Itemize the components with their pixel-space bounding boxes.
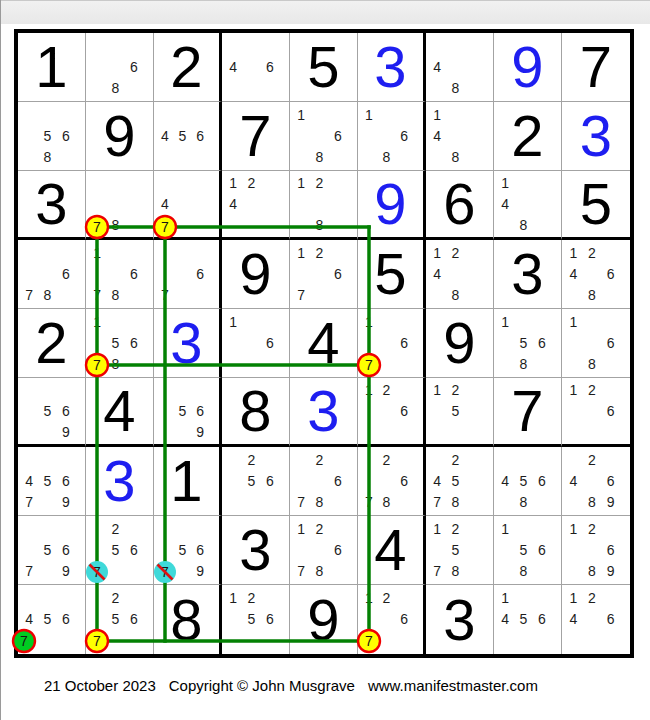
candidate-grid: 148 (496, 173, 551, 235)
candidate-4 (292, 263, 310, 284)
candidate-grid: 256 (88, 518, 143, 582)
candidate-3 (329, 242, 347, 263)
cell-r7c5: 2678 (290, 447, 358, 516)
candidate-3 (57, 380, 75, 401)
candidate-8: 8 (446, 492, 464, 513)
candidate-grid: 456 (156, 104, 209, 168)
cell-r6c6: 126 (358, 378, 426, 447)
candidate-3 (533, 518, 551, 539)
candidate-5: 5 (38, 125, 56, 146)
candidate-8: 8 (106, 78, 124, 99)
candidate-5: 5 (446, 401, 464, 422)
candidate-5: 5 (38, 470, 56, 491)
candidate-8 (242, 630, 260, 652)
cell-r3c9: 5 (562, 171, 630, 240)
candidate-2: 2 (310, 518, 328, 539)
candidate-grid: 124 (224, 173, 279, 235)
candidate-3 (125, 35, 143, 56)
candidate-7: 7 (360, 492, 378, 513)
candidate-6: 6 (533, 609, 551, 631)
candidate-8: 8 (310, 561, 328, 582)
candidate-4: 4 (224, 56, 242, 77)
candidate-grid: 168 (360, 104, 413, 168)
candidate-3 (57, 449, 75, 470)
candidate-8 (38, 630, 56, 652)
cell-r7c2: 3 (86, 447, 154, 516)
cell-r1c2: 68 (86, 33, 154, 102)
candidate-5 (106, 263, 124, 284)
candidate-1 (88, 173, 106, 194)
candidate-9: 9 (57, 421, 75, 442)
cell-r4c9: 12468 (562, 240, 630, 309)
cell-value-given: 3 (222, 516, 289, 584)
candidate-4: 4 (496, 609, 514, 631)
candidate-1: 1 (564, 380, 583, 401)
cell-r3c2: 8 (86, 171, 154, 240)
cell-r7c8: 4568 (494, 447, 562, 516)
candidate-8: 8 (446, 147, 464, 168)
candidate-4: 4 (564, 263, 583, 284)
candidate-5: 5 (242, 470, 260, 491)
candidate-3 (261, 587, 279, 609)
candidate-9 (465, 421, 483, 442)
cell-value-given: 2 (154, 33, 219, 101)
candidate-9 (465, 285, 483, 306)
candidate-grid: 456 (20, 587, 75, 652)
cell-r8c7: 12578 (426, 516, 494, 585)
cell-value-given: 9 (290, 585, 357, 654)
candidate-grid: 24578 (428, 449, 483, 513)
candidate-2: 2 (583, 380, 602, 401)
candidate-5 (583, 263, 602, 284)
candidate-1 (360, 449, 378, 470)
cell-r2c3: 456 (154, 102, 222, 171)
cell-r8c6: 4 (358, 516, 426, 585)
candidate-5 (174, 194, 192, 215)
cell-r1c5: 5 (290, 33, 358, 102)
cell-value-solved: 9 (358, 171, 423, 237)
candidate-4 (20, 263, 38, 284)
cell-value-given: 7 (222, 102, 289, 170)
candidate-3 (261, 173, 279, 194)
candidate-2 (583, 311, 602, 332)
candidate-4 (292, 539, 310, 560)
cell-r9c7: 3 (426, 585, 494, 654)
candidate-grid: 168 (292, 104, 347, 168)
candidate-7 (428, 285, 446, 306)
cell-value-given: 6 (426, 171, 493, 237)
candidate-7 (156, 214, 174, 235)
candidate-7 (156, 561, 174, 582)
candidate-3 (329, 518, 347, 539)
candidate-5: 5 (514, 332, 532, 353)
cell-r5c1: 2 (18, 309, 86, 378)
candidate-8 (174, 561, 192, 582)
candidate-grid: 1568 (496, 311, 551, 375)
footer-copyright: Copyright © John Musgrave (169, 677, 355, 694)
candidate-6: 6 (125, 263, 143, 284)
cell-r4c2: 1678 (86, 240, 154, 309)
candidate-3 (125, 242, 143, 263)
candidate-5 (106, 194, 124, 215)
cell-r3c6: 9 (358, 171, 426, 240)
candidate-3 (125, 587, 143, 609)
cell-r6c1: 569 (18, 378, 86, 447)
cell-r8c2: 256 (86, 516, 154, 585)
cell-r3c3: 4 (154, 171, 222, 240)
candidate-8: 8 (583, 285, 602, 306)
candidate-7 (224, 492, 242, 513)
candidate-5 (378, 470, 396, 491)
cell-r9c3: 8 (154, 585, 222, 654)
candidate-5 (378, 125, 396, 146)
candidate-2 (446, 35, 464, 56)
candidate-7 (224, 630, 242, 652)
candidate-9 (191, 285, 209, 306)
candidate-6 (465, 56, 483, 77)
candidate-3 (465, 35, 483, 56)
candidate-3 (395, 587, 413, 609)
cell-r1c9: 7 (562, 33, 630, 102)
candidate-8: 8 (106, 214, 124, 235)
sudoku-board: 1682465348975689456716816814823384124128… (14, 29, 634, 658)
candidate-4 (292, 470, 310, 491)
candidate-6: 6 (57, 470, 75, 491)
candidate-8 (174, 285, 192, 306)
cell-value-given: 1 (18, 33, 85, 101)
candidate-6: 6 (191, 539, 209, 560)
candidate-5: 5 (174, 401, 192, 422)
cell-r5c9: 168 (562, 309, 630, 378)
candidate-4 (428, 539, 446, 560)
candidate-2: 2 (446, 380, 464, 401)
candidate-9 (125, 78, 143, 99)
candidate-2: 2 (583, 449, 602, 470)
candidate-grid: 1248 (428, 242, 483, 306)
candidate-6: 6 (395, 401, 413, 422)
candidate-6: 6 (57, 401, 75, 422)
candidate-6: 6 (329, 539, 347, 560)
candidate-9 (395, 421, 413, 442)
candidate-9 (533, 214, 551, 235)
candidate-6: 6 (191, 125, 209, 146)
candidate-6: 6 (125, 539, 143, 560)
candidate-grid: 16 (360, 311, 413, 375)
candidate-grid: 68 (88, 35, 143, 99)
candidate-5 (378, 401, 396, 422)
cell-r9c5: 9 (290, 585, 358, 654)
cell-r1c3: 2 (154, 33, 222, 102)
candidate-9 (465, 147, 483, 168)
candidate-8: 8 (583, 492, 602, 513)
candidate-1 (156, 242, 174, 263)
cell-value-given: 5 (358, 240, 423, 308)
candidate-4 (428, 401, 446, 422)
cell-r4c8: 3 (494, 240, 562, 309)
candidate-8 (514, 630, 532, 652)
candidate-1 (88, 587, 106, 609)
candidate-8 (106, 561, 124, 582)
candidate-grid: 1678 (88, 242, 143, 306)
candidate-2: 2 (583, 242, 602, 263)
cell-r6c2: 4 (86, 378, 154, 447)
candidate-6: 6 (395, 332, 413, 353)
candidate-7: 7 (88, 285, 106, 306)
candidate-9 (395, 147, 413, 168)
candidate-3 (395, 449, 413, 470)
candidate-5: 5 (242, 609, 260, 631)
cell-value-given: 1 (154, 447, 219, 515)
candidate-1 (224, 35, 242, 56)
candidate-7: 7 (292, 561, 310, 582)
candidate-7: 7 (156, 285, 174, 306)
candidate-9 (533, 561, 551, 582)
candidate-5 (310, 470, 328, 491)
cell-value-solved: 3 (154, 309, 219, 377)
candidate-9 (329, 561, 347, 582)
candidate-6: 6 (601, 401, 620, 422)
candidate-2: 2 (242, 587, 260, 609)
cell-value-given: 9 (86, 102, 153, 170)
candidate-1: 1 (360, 311, 378, 332)
cell-r2c4: 7 (222, 102, 290, 171)
candidate-5: 5 (514, 539, 532, 560)
cell-r5c4: 16 (222, 309, 290, 378)
cell-value-given: 2 (494, 102, 561, 170)
cell-r6c9: 126 (562, 378, 630, 447)
cell-r9c4: 1256 (222, 585, 290, 654)
candidate-3 (395, 311, 413, 332)
candidate-8: 8 (514, 561, 532, 582)
candidate-8 (378, 421, 396, 442)
candidate-4: 4 (156, 125, 174, 146)
candidate-6 (465, 125, 483, 146)
cell-r5c6: 16 (358, 309, 426, 378)
candidate-1 (224, 449, 242, 470)
candidate-2 (38, 242, 56, 263)
cell-value-given: 7 (494, 378, 561, 444)
candidate-8 (310, 285, 328, 306)
candidate-9 (57, 285, 75, 306)
candidate-9 (601, 421, 620, 442)
candidate-5: 5 (174, 125, 192, 146)
candidate-2: 2 (378, 449, 396, 470)
candidate-2: 2 (242, 173, 260, 194)
candidate-4 (88, 609, 106, 631)
footer: 21 October 2023 Copyright © John Musgrav… (44, 675, 538, 695)
candidate-2 (242, 311, 260, 332)
candidate-4 (20, 125, 38, 146)
candidate-5: 5 (514, 609, 532, 631)
candidate-1 (156, 104, 174, 125)
candidate-5 (583, 609, 602, 631)
cell-r8c3: 569 (154, 516, 222, 585)
footer-website: www.manifestmaster.com (368, 677, 538, 694)
cell-r3c1: 3 (18, 171, 86, 240)
candidate-6: 6 (395, 125, 413, 146)
candidate-2: 2 (446, 518, 464, 539)
candidate-8: 8 (106, 354, 124, 375)
candidate-8: 8 (38, 285, 56, 306)
candidate-7 (88, 214, 106, 235)
candidate-grid: 67 (156, 242, 209, 306)
candidate-7 (360, 421, 378, 442)
candidate-6: 6 (125, 609, 143, 631)
candidate-3 (329, 104, 347, 125)
candidate-1: 1 (564, 518, 583, 539)
candidate-6 (191, 194, 209, 215)
candidate-1 (20, 587, 38, 609)
candidate-9 (601, 285, 620, 306)
candidate-2 (378, 311, 396, 332)
candidate-7 (496, 561, 514, 582)
cell-r1c1: 1 (18, 33, 86, 102)
candidate-6: 6 (601, 609, 620, 631)
candidate-3 (191, 242, 209, 263)
candidate-grid: 125 (428, 380, 483, 442)
candidate-1: 1 (496, 518, 514, 539)
candidate-1: 1 (88, 242, 106, 263)
candidate-1: 1 (564, 311, 583, 332)
cell-r2c6: 168 (358, 102, 426, 171)
cell-r9c2: 256 (86, 585, 154, 654)
cell-r7c6: 2678 (358, 447, 426, 516)
candidate-6 (533, 194, 551, 215)
candidate-3 (125, 518, 143, 539)
candidate-1: 1 (224, 173, 242, 194)
cell-value-solved: 3 (290, 378, 357, 444)
candidate-7: 7 (20, 561, 38, 582)
candidate-3 (601, 449, 620, 470)
candidate-3 (601, 242, 620, 263)
candidate-6: 6 (261, 609, 279, 631)
candidate-6: 6 (57, 539, 75, 560)
candidate-7 (20, 421, 38, 442)
candidate-2 (514, 173, 532, 194)
cell-r2c7: 148 (426, 102, 494, 171)
candidate-9 (395, 492, 413, 513)
cell-value-given: 5 (562, 171, 630, 237)
candidate-3 (57, 104, 75, 125)
candidate-grid: 569 (156, 380, 209, 442)
candidate-2 (378, 104, 396, 125)
candidate-5 (514, 194, 532, 215)
cell-r4c1: 678 (18, 240, 86, 309)
candidate-grid: 568 (20, 104, 75, 168)
candidate-7 (428, 147, 446, 168)
candidate-grid: 12468 (564, 242, 620, 306)
cell-r9c1: 456 (18, 585, 86, 654)
candidate-5: 5 (38, 401, 56, 422)
candidate-5 (310, 125, 328, 146)
candidate-8 (174, 147, 192, 168)
candidate-grid: 48 (428, 35, 483, 99)
candidate-4 (156, 401, 174, 422)
candidate-grid: 1267 (292, 242, 347, 306)
candidate-8 (38, 492, 56, 513)
candidate-5 (583, 332, 602, 353)
candidate-8: 8 (446, 285, 464, 306)
cell-r4c4: 9 (222, 240, 290, 309)
candidate-2 (106, 311, 124, 332)
cell-r8c1: 5679 (18, 516, 86, 585)
candidate-6 (465, 263, 483, 284)
cell-r5c8: 1568 (494, 309, 562, 378)
candidate-1 (20, 449, 38, 470)
candidate-3 (601, 311, 620, 332)
candidate-6 (465, 539, 483, 560)
candidate-3 (261, 311, 279, 332)
cell-value-given: 9 (222, 240, 289, 308)
candidate-8: 8 (583, 561, 602, 582)
candidate-1: 1 (360, 104, 378, 125)
cell-r5c7: 9 (426, 309, 494, 378)
candidate-4: 4 (496, 470, 514, 491)
cell-value-given: 3 (426, 585, 493, 654)
candidate-1: 1 (496, 311, 514, 332)
candidate-9 (465, 561, 483, 582)
candidate-8: 8 (38, 147, 56, 168)
cell-value-solved: 3 (86, 447, 153, 515)
candidate-7 (564, 354, 583, 375)
candidate-2 (446, 104, 464, 125)
candidate-4: 4 (564, 470, 583, 491)
candidate-4 (20, 539, 38, 560)
candidate-1: 1 (428, 380, 446, 401)
cell-r4c3: 67 (154, 240, 222, 309)
candidate-5: 5 (106, 332, 124, 353)
candidate-2 (174, 173, 192, 194)
candidate-5: 5 (174, 539, 192, 560)
candidate-9 (601, 354, 620, 375)
candidate-9 (533, 630, 551, 652)
candidate-6: 6 (533, 470, 551, 491)
candidate-4 (20, 401, 38, 422)
candidate-6: 6 (57, 609, 75, 631)
candidate-5 (242, 194, 260, 215)
cell-r3c5: 128 (290, 171, 358, 240)
candidate-2: 2 (310, 173, 328, 194)
candidate-4 (496, 539, 514, 560)
candidate-1 (20, 104, 38, 125)
candidate-1 (20, 518, 38, 539)
candidate-4 (360, 125, 378, 146)
candidate-7: 7 (428, 492, 446, 513)
cell-r3c8: 148 (494, 171, 562, 240)
candidate-6: 6 (601, 539, 620, 560)
candidate-8: 8 (514, 214, 532, 235)
candidate-2: 2 (583, 518, 602, 539)
candidate-2: 2 (446, 449, 464, 470)
candidate-9: 9 (191, 421, 209, 442)
candidate-9 (125, 285, 143, 306)
candidate-8: 8 (378, 492, 396, 513)
candidate-7 (496, 354, 514, 375)
candidate-6: 6 (261, 332, 279, 353)
candidate-7 (224, 214, 242, 235)
candidate-2: 2 (106, 518, 124, 539)
candidate-7 (360, 630, 378, 652)
candidate-4 (156, 263, 174, 284)
cell-r6c7: 125 (426, 378, 494, 447)
candidate-4 (88, 56, 106, 77)
candidate-1 (88, 518, 106, 539)
candidate-7 (156, 147, 174, 168)
candidate-3 (395, 380, 413, 401)
candidate-2 (38, 449, 56, 470)
cell-r4c6: 5 (358, 240, 426, 309)
candidate-2: 2 (583, 587, 602, 609)
